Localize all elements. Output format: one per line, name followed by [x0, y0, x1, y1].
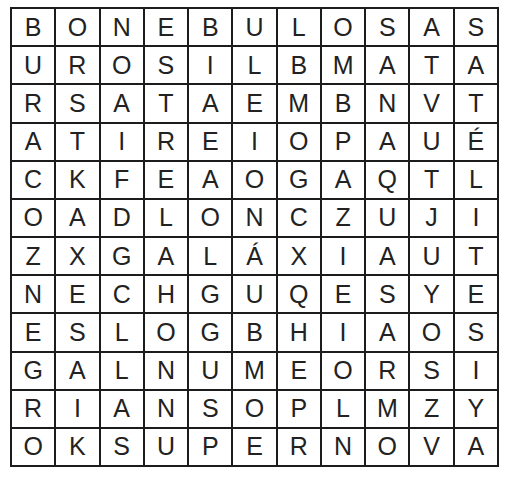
grid-cell-r2-c9[interactable]: A — [365, 46, 409, 84]
grid-cell-r8-c8[interactable]: E — [321, 275, 365, 313]
grid-cell-r12-c11[interactable]: A — [454, 428, 498, 466]
grid-cell-r8-c1[interactable]: N — [11, 275, 55, 313]
grid-cell-r9-c4[interactable]: O — [144, 313, 188, 351]
grid-cell-r5-c2[interactable]: K — [55, 161, 99, 199]
grid-cell-r10-c11[interactable]: I — [454, 352, 498, 390]
grid-cell-r11-c9[interactable]: M — [365, 390, 409, 428]
grid-cell-r11-c5[interactable]: S — [188, 390, 232, 428]
grid-cell-r6-c1[interactable]: O — [11, 199, 55, 237]
grid-cell-r2-c10[interactable]: T — [409, 46, 453, 84]
grid-cell-r4-c5[interactable]: E — [188, 123, 232, 161]
grid-cell-r12-c9[interactable]: O — [365, 428, 409, 466]
grid-cell-r8-c4[interactable]: H — [144, 275, 188, 313]
grid-cell-r8-c10[interactable]: Y — [409, 275, 453, 313]
grid-cell-r4-c9[interactable]: A — [365, 123, 409, 161]
grid-cell-r7-c4[interactable]: A — [144, 237, 188, 275]
grid-cell-r2-c1[interactable]: U — [11, 46, 55, 84]
grid-cell-r2-c8[interactable]: M — [321, 46, 365, 84]
grid-cell-r6-c10[interactable]: J — [409, 199, 453, 237]
grid-cell-r7-c2[interactable]: X — [55, 237, 99, 275]
grid-cell-r5-c8[interactable]: A — [321, 161, 365, 199]
grid-cell-r4-c10[interactable]: U — [409, 123, 453, 161]
grid-cell-r1-c7[interactable]: L — [277, 8, 321, 46]
grid-cell-r6-c3[interactable]: D — [100, 199, 144, 237]
grid-cell-r12-c10[interactable]: V — [409, 428, 453, 466]
grid-cell-r6-c5[interactable]: O — [188, 199, 232, 237]
grid-cell-r8-c2[interactable]: E — [55, 275, 99, 313]
grid-cell-r4-c7[interactable]: O — [277, 123, 321, 161]
grid-cell-r2-c4[interactable]: S — [144, 46, 188, 84]
grid-cell-r7-c1[interactable]: Z — [11, 237, 55, 275]
grid-cell-r4-c2[interactable]: T — [55, 123, 99, 161]
grid-cell-r8-c9[interactable]: S — [365, 275, 409, 313]
grid-cell-r9-c1[interactable]: E — [11, 313, 55, 351]
grid-cell-r11-c8[interactable]: L — [321, 390, 365, 428]
grid-cell-r12-c8[interactable]: N — [321, 428, 365, 466]
grid-cell-r12-c3[interactable]: S — [100, 428, 144, 466]
grid-cell-r6-c6[interactable]: N — [232, 199, 276, 237]
grid-cell-r2-c5[interactable]: I — [188, 46, 232, 84]
grid-cell-r10-c9[interactable]: R — [365, 352, 409, 390]
grid-cell-r12-c7[interactable]: R — [277, 428, 321, 466]
grid-cell-r11-c10[interactable]: Z — [409, 390, 453, 428]
grid-cell-r3-c4[interactable]: T — [144, 84, 188, 122]
grid-cell-r1-c10[interactable]: A — [409, 8, 453, 46]
grid-cell-r9-c7[interactable]: H — [277, 313, 321, 351]
grid-cell-r9-c3[interactable]: L — [100, 313, 144, 351]
word-search-board: BONEBULOSASUROSILBMATARSATAEMBNVTATIREIO… — [10, 7, 499, 467]
grid-cell-r6-c8[interactable]: Z — [321, 199, 365, 237]
grid-cell-r12-c2[interactable]: K — [55, 428, 99, 466]
grid-cell-r10-c3[interactable]: L — [100, 352, 144, 390]
grid-cell-r10-c1[interactable]: G — [11, 352, 55, 390]
grid-cell-r2-c3[interactable]: O — [100, 46, 144, 84]
grid-cell-r11-c2[interactable]: I — [55, 390, 99, 428]
grid-cell-r3-c9[interactable]: N — [365, 84, 409, 122]
grid-cell-r3-c3[interactable]: A — [100, 84, 144, 122]
grid-cell-r12-c1[interactable]: O — [11, 428, 55, 466]
grid-cell-r2-c7[interactable]: B — [277, 46, 321, 84]
grid-cell-r12-c4[interactable]: U — [144, 428, 188, 466]
grid-cell-r7-c11[interactable]: T — [454, 237, 498, 275]
grid-cell-r11-c6[interactable]: O — [232, 390, 276, 428]
grid-cell-r3-c1[interactable]: R — [11, 84, 55, 122]
grid-cell-r10-c8[interactable]: O — [321, 352, 365, 390]
grid-cell-r2-c11[interactable]: A — [454, 46, 498, 84]
grid-cell-r1-c11[interactable]: S — [454, 8, 498, 46]
grid-cell-r7-c10[interactable]: U — [409, 237, 453, 275]
grid-cell-r4-c1[interactable]: A — [11, 123, 55, 161]
grid-cell-r11-c4[interactable]: N — [144, 390, 188, 428]
grid-cell-r5-c4[interactable]: E — [144, 161, 188, 199]
grid-cell-r3-c10[interactable]: V — [409, 84, 453, 122]
grid-cell-r5-c1[interactable]: C — [11, 161, 55, 199]
grid-cell-r6-c11[interactable]: I — [454, 199, 498, 237]
grid-cell-r1-c1[interactable]: B — [11, 8, 55, 46]
grid-cell-r5-c3[interactable]: F — [100, 161, 144, 199]
grid-cell-r7-c7[interactable]: X — [277, 237, 321, 275]
grid-cell-r3-c7[interactable]: M — [277, 84, 321, 122]
grid-cell-r11-c3[interactable]: A — [100, 390, 144, 428]
grid-cell-r9-c11[interactable]: S — [454, 313, 498, 351]
grid-cell-r7-c9[interactable]: A — [365, 237, 409, 275]
grid-cell-r12-c5[interactable]: P — [188, 428, 232, 466]
grid-cell-r1-c3[interactable]: N — [100, 8, 144, 46]
grid-cell-r6-c9[interactable]: U — [365, 199, 409, 237]
grid-cell-r8-c11[interactable]: E — [454, 275, 498, 313]
grid-cell-r5-c5[interactable]: A — [188, 161, 232, 199]
grid-cell-r1-c6[interactable]: U — [232, 8, 276, 46]
grid-cell-r9-c6[interactable]: B — [232, 313, 276, 351]
grid-cell-r10-c6[interactable]: M — [232, 352, 276, 390]
grid-cell-r6-c4[interactable]: L — [144, 199, 188, 237]
grid-cell-r11-c7[interactable]: P — [277, 390, 321, 428]
grid-cell-r1-c2[interactable]: O — [55, 8, 99, 46]
grid-cell-r1-c4[interactable]: E — [144, 8, 188, 46]
grid-cell-r6-c2[interactable]: A — [55, 199, 99, 237]
grid-cell-r7-c5[interactable]: L — [188, 237, 232, 275]
grid-cell-r3-c6[interactable]: E — [232, 84, 276, 122]
grid-cell-r1-c5[interactable]: B — [188, 8, 232, 46]
grid-cell-r6-c7[interactable]: C — [277, 199, 321, 237]
grid-cell-r10-c2[interactable]: A — [55, 352, 99, 390]
grid-cell-r4-c11[interactable]: É — [454, 123, 498, 161]
grid-cell-r8-c3[interactable]: C — [100, 275, 144, 313]
grid-cell-r12-c6[interactable]: E — [232, 428, 276, 466]
grid-cell-r1-c9[interactable]: S — [365, 8, 409, 46]
grid-cell-r5-c6[interactable]: O — [232, 161, 276, 199]
grid-cell-r10-c5[interactable]: U — [188, 352, 232, 390]
grid-cell-r7-c8[interactable]: I — [321, 237, 365, 275]
grid-cell-r7-c6[interactable]: Á — [232, 237, 276, 275]
grid-cell-r8-c6[interactable]: U — [232, 275, 276, 313]
grid-cell-r3-c11[interactable]: T — [454, 84, 498, 122]
grid-cell-r10-c10[interactable]: S — [409, 352, 453, 390]
grid-cell-r9-c2[interactable]: S — [55, 313, 99, 351]
grid-cell-r2-c6[interactable]: L — [232, 46, 276, 84]
grid-cell-r10-c4[interactable]: N — [144, 352, 188, 390]
grid-cell-r9-c9[interactable]: A — [365, 313, 409, 351]
grid-cell-r3-c2[interactable]: S — [55, 84, 99, 122]
grid-cell-r7-c3[interactable]: G — [100, 237, 144, 275]
grid-cell-r11-c11[interactable]: Y — [454, 390, 498, 428]
grid-cell-r4-c4[interactable]: R — [144, 123, 188, 161]
grid-cell-r4-c3[interactable]: I — [100, 123, 144, 161]
grid-cell-r4-c6[interactable]: I — [232, 123, 276, 161]
grid-cell-r8-c5[interactable]: G — [188, 275, 232, 313]
grid-cell-r3-c5[interactable]: A — [188, 84, 232, 122]
grid-cell-r5-c10[interactable]: T — [409, 161, 453, 199]
grid-cell-r5-c7[interactable]: G — [277, 161, 321, 199]
grid-cell-r9-c8[interactable]: I — [321, 313, 365, 351]
grid-cell-r9-c10[interactable]: O — [409, 313, 453, 351]
grid-cell-r2-c2[interactable]: R — [55, 46, 99, 84]
grid-cell-r10-c7[interactable]: E — [277, 352, 321, 390]
grid-cell-r5-c9[interactable]: Q — [365, 161, 409, 199]
grid-cell-r1-c8[interactable]: O — [321, 8, 365, 46]
grid-cell-r5-c11[interactable]: L — [454, 161, 498, 199]
grid-cell-r9-c5[interactable]: G — [188, 313, 232, 351]
grid-cell-r11-c1[interactable]: R — [11, 390, 55, 428]
grid-cell-r4-c8[interactable]: P — [321, 123, 365, 161]
grid-cell-r3-c8[interactable]: B — [321, 84, 365, 122]
grid-cell-r8-c7[interactable]: Q — [277, 275, 321, 313]
